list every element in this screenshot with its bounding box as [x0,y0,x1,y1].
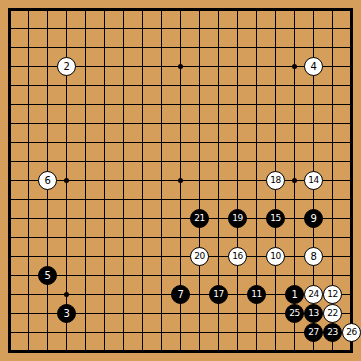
move-19-black-stone: 19 [228,209,247,228]
move-1-black-stone: 1 [285,285,304,304]
move-6-white-stone: 6 [38,171,57,190]
move-2-white-stone: 2 [57,57,76,76]
move-17-black-stone: 17 [209,285,228,304]
star-point [64,178,69,183]
move-26-white-stone: 26 [342,323,361,342]
move-15-black-stone: 15 [266,209,285,228]
move-25-black-stone: 25 [285,304,304,323]
star-point [292,178,297,183]
move-9-black-stone: 9 [304,209,323,228]
move-20-white-stone: 20 [190,247,209,266]
move-11-black-stone: 11 [247,285,266,304]
move-13-black-stone: 13 [304,304,323,323]
move-7-black-stone: 7 [171,285,190,304]
move-24-white-stone: 24 [304,285,323,304]
star-point [292,64,297,69]
move-5-black-stone: 5 [38,266,57,285]
move-27-black-stone: 27 [304,323,323,342]
move-23-black-stone: 23 [323,323,342,342]
star-point [64,292,69,297]
move-8-white-stone: 8 [304,247,323,266]
move-4-white-stone: 4 [304,57,323,76]
move-18-white-stone: 18 [266,171,285,190]
star-point [178,178,183,183]
move-22-white-stone: 22 [323,304,342,323]
move-14-white-stone: 14 [304,171,323,190]
go-board: 1234567891011121314151617181920212223242… [0,0,361,361]
move-16-white-stone: 16 [228,247,247,266]
star-point [178,64,183,69]
move-10-white-stone: 10 [266,247,285,266]
move-3-black-stone: 3 [57,304,76,323]
move-12-white-stone: 12 [323,285,342,304]
move-21-black-stone: 21 [190,209,209,228]
